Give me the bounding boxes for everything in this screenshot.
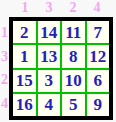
board-grid: 2 14 11 7 1 13 8 12 15 3 10 6 16 4 5 9 <box>13 21 109 116</box>
cell-r3c4: 6 <box>87 70 110 92</box>
column-header-4: 4 <box>85 1 109 15</box>
cell-r2c1: 1 <box>13 45 36 67</box>
column-headers: 1 3 2 4 <box>13 1 109 15</box>
row-header-3: 2 <box>0 69 9 93</box>
cell-r3c2: 3 <box>38 70 61 92</box>
cell-r4c4: 9 <box>87 94 110 116</box>
magic-square-diagram: 1 3 2 4 1 3 2 4 2 14 11 7 1 13 8 12 15 3… <box>0 0 116 122</box>
row-header-1: 1 <box>0 21 9 45</box>
cell-r1c3: 11 <box>62 21 85 43</box>
column-header-2: 3 <box>37 1 61 15</box>
row-headers: 1 3 2 4 <box>0 21 9 116</box>
cell-r4c2: 4 <box>38 94 61 116</box>
cell-r3c3: 10 <box>62 70 85 92</box>
row-header-4: 4 <box>0 92 9 116</box>
cell-r1c2: 14 <box>38 21 61 43</box>
cell-r4c3: 5 <box>62 94 85 116</box>
board: 2 14 11 7 1 13 8 12 15 3 10 6 16 4 5 9 <box>9 17 113 120</box>
cell-r2c2: 13 <box>38 45 61 67</box>
column-header-1: 1 <box>13 1 37 15</box>
cell-r4c1: 16 <box>13 94 36 116</box>
cell-r2c3: 8 <box>62 45 85 67</box>
cell-r1c1: 2 <box>13 21 36 43</box>
cell-r1c4: 7 <box>87 21 110 43</box>
row-header-2: 3 <box>0 45 9 69</box>
cell-r3c1: 15 <box>13 70 36 92</box>
cell-r2c4: 12 <box>87 45 110 67</box>
column-header-3: 2 <box>61 1 85 15</box>
